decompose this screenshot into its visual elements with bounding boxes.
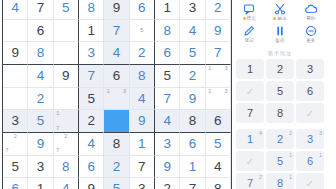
key-note-7[interactable]: 72 xyxy=(236,173,264,189)
tool-note-button[interactable]: 笔记 xyxy=(234,24,265,44)
cell-r2c6[interactable]: 5 xyxy=(130,20,155,43)
note-icon xyxy=(243,25,255,37)
key-7[interactable]: 7 xyxy=(236,103,264,123)
cell-r3c9[interactable]: 7 xyxy=(206,42,231,65)
cell-r6c5[interactable] xyxy=(104,110,129,133)
sudoku-app: 4758961326175849983426574976852132513479… xyxy=(0,0,336,189)
tool-pause-button[interactable]: 暂停 xyxy=(265,24,296,44)
pause-icon xyxy=(274,25,286,37)
cell-r4c4[interactable]: 7 xyxy=(79,65,104,88)
cell-r4c2[interactable]: 4 xyxy=(28,65,53,88)
cell-r7c9[interactable]: 5 xyxy=(206,133,231,156)
cell-r9c1[interactable]: 6 xyxy=(3,178,28,189)
key-completed-check[interactable]: ✓ xyxy=(296,173,324,189)
tool-help-button[interactable]: 帮助 xyxy=(295,2,326,22)
tool-label: 暂停 xyxy=(275,38,284,43)
cell-r8c8[interactable]: 1 xyxy=(180,156,205,179)
cell-r1c4[interactable]: 8 xyxy=(79,0,104,20)
cell-r4c5[interactable]: 6 xyxy=(104,65,129,88)
badge-dot xyxy=(273,17,276,20)
cell-r2c7[interactable]: 8 xyxy=(155,20,180,43)
cell-r3c3[interactable] xyxy=(54,42,79,65)
cell-r4c9[interactable]: 13 xyxy=(206,65,231,88)
remaining-count: 2 xyxy=(289,130,292,136)
cell-r9c6[interactable]: 3 xyxy=(130,178,155,189)
cell-r8c6[interactable]: 7 xyxy=(130,156,155,179)
remaining-count: 1 xyxy=(289,174,292,180)
solve-icon xyxy=(274,3,286,15)
pad-section-label: 新手玩法 xyxy=(234,50,326,56)
right-panel: 提示解法帮助笔记暂停更多 新手玩法 123✓5678✓ 142233✓51617… xyxy=(234,0,326,189)
tool-label: 解法 xyxy=(273,16,286,21)
cell-r9c9[interactable]: 8 xyxy=(206,178,231,189)
key-completed-check[interactable]: ✓ xyxy=(236,81,264,101)
pencil-notes: 13 xyxy=(206,88,230,110)
cell-r3c7[interactable]: 6 xyxy=(155,42,180,65)
cell-r1c8[interactable]: 3 xyxy=(180,0,205,20)
cell-r9c8[interactable]: 7 xyxy=(180,178,205,189)
cell-r8c9[interactable]: 4 xyxy=(206,156,231,179)
remaining-count: 2 xyxy=(259,174,262,180)
cell-r5c7[interactable]: 7 xyxy=(155,88,180,111)
tool-label: 更多 xyxy=(306,38,315,43)
cell-r3c8[interactable]: 5 xyxy=(180,42,205,65)
tool-solve-button[interactable]: 解法 xyxy=(265,2,296,22)
cell-r6c7[interactable]: 4 xyxy=(155,110,180,133)
cell-r9c5[interactable]: 5 xyxy=(104,178,129,189)
more-icon xyxy=(305,25,317,37)
tool-label: 笔记 xyxy=(245,38,254,43)
cell-r8c4[interactable]: 6 xyxy=(79,156,104,179)
cell-r2c1[interactable] xyxy=(3,20,28,43)
help-icon xyxy=(305,3,317,15)
cell-r7c5[interactable]: 8 xyxy=(104,133,129,156)
pencil-notes: 27 xyxy=(54,133,78,155)
cell-r8c1[interactable]: 5 xyxy=(3,156,28,179)
cell-r6c1[interactable]: 3 xyxy=(3,110,28,133)
cell-r7c4[interactable]: 4 xyxy=(79,133,104,156)
cell-r5c4[interactable]: 5 xyxy=(79,88,104,111)
cell-r2c4[interactable]: 1 xyxy=(79,20,104,43)
key-2[interactable]: 2 xyxy=(266,59,294,79)
key-note-5[interactable]: 51 xyxy=(266,151,294,171)
cell-r5c6[interactable]: 4 xyxy=(130,88,155,111)
badge-dot xyxy=(243,17,246,20)
tool-more-button[interactable]: 更多 xyxy=(295,24,326,44)
cell-r6c3[interactable]: 17 xyxy=(54,110,79,133)
cell-r4c3[interactable]: 9 xyxy=(54,65,79,88)
cell-r1c1[interactable]: 4 xyxy=(3,0,28,20)
cell-r2c3[interactable] xyxy=(54,20,79,43)
cell-r4c1[interactable] xyxy=(3,65,28,88)
cell-r5c3[interactable] xyxy=(54,88,79,111)
cell-r9c2[interactable]: 1 xyxy=(28,178,53,189)
key-completed-check[interactable]: ✓ xyxy=(236,151,264,171)
tool-label: 提示 xyxy=(243,16,256,21)
cell-r9c4[interactable]: 9 xyxy=(79,178,104,189)
cell-r7c7[interactable]: 3 xyxy=(155,133,180,156)
cell-r3c5[interactable]: 4 xyxy=(104,42,129,65)
cell-r9c3[interactable]: 4 xyxy=(54,178,79,189)
key-note-8[interactable]: 81 xyxy=(266,173,294,189)
remaining-count: 4 xyxy=(259,130,262,136)
cell-r9c7[interactable]: 2 xyxy=(155,178,180,189)
cell-r7c8[interactable]: 6 xyxy=(180,133,205,156)
pencil-notes: 13 xyxy=(206,65,230,87)
cell-r6c9[interactable]: 6 xyxy=(206,110,231,133)
toolbar: 提示解法帮助笔记暂停更多 xyxy=(234,2,326,44)
cell-r5c2[interactable]: 2 xyxy=(28,88,53,111)
cell-r8c2[interactable]: 3 xyxy=(28,156,53,179)
cell-r2c8[interactable]: 4 xyxy=(180,20,205,43)
cell-r3c6[interactable]: 2 xyxy=(130,42,155,65)
tool-hint-button[interactable]: 提示 xyxy=(234,2,265,22)
keypad-notes: 142233✓51617281✓ xyxy=(234,129,326,189)
key-6[interactable]: 6 xyxy=(296,81,324,101)
cell-r6c4[interactable]: 2 xyxy=(79,110,104,133)
cell-r6c2[interactable]: 5 xyxy=(28,110,53,133)
key-note-2[interactable]: 22 xyxy=(266,129,294,149)
key-note-3[interactable]: 33 xyxy=(296,129,324,149)
pencil-notes: 5 xyxy=(130,20,154,42)
cell-r3c2[interactable]: 8 xyxy=(28,42,53,65)
key-5[interactable]: 5 xyxy=(266,81,294,101)
cell-r1c9[interactable]: 2 xyxy=(206,0,231,20)
hint-icon xyxy=(243,3,255,15)
cell-r8c5[interactable]: 2 xyxy=(104,156,129,179)
remaining-count: 3 xyxy=(319,130,322,136)
cell-r1c2[interactable]: 7 xyxy=(28,0,53,20)
cell-r1c3[interactable]: 5 xyxy=(54,0,79,20)
cell-r2c9[interactable]: 9 xyxy=(206,20,231,43)
cell-r1c7[interactable]: 1 xyxy=(155,0,180,20)
cell-r5c5[interactable]: 13 xyxy=(104,88,129,111)
cell-r7c1[interactable]: 27 xyxy=(3,133,28,156)
sudoku-board: 4758961326175849983426574976852132513479… xyxy=(2,0,232,189)
cell-r7c6[interactable]: 1 xyxy=(130,133,155,156)
key-3[interactable]: 3 xyxy=(296,59,324,79)
cell-r3c1[interactable]: 9 xyxy=(3,42,28,65)
key-note-1[interactable]: 14 xyxy=(236,129,264,149)
cell-r2c2[interactable]: 6 xyxy=(28,20,53,43)
tool-label: 帮助 xyxy=(306,16,315,21)
cell-r4c6[interactable]: 8 xyxy=(130,65,155,88)
pencil-notes: 17 xyxy=(54,110,78,132)
keypad-fill: 123✓5678✓ xyxy=(234,59,326,123)
cell-r5c1[interactable] xyxy=(3,88,28,111)
cell-r7c2[interactable]: 9 xyxy=(28,133,53,156)
cell-r6c6[interactable]: 9 xyxy=(130,110,155,133)
key-completed-check[interactable]: ✓ xyxy=(296,103,324,123)
remaining-count: 1 xyxy=(289,152,292,158)
cell-r1c5[interactable]: 9 xyxy=(104,0,129,20)
key-note-6[interactable]: 61 xyxy=(296,151,324,171)
cell-r1c6[interactable]: 6 xyxy=(130,0,155,20)
pencil-notes: 27 xyxy=(3,133,27,155)
cell-r6c8[interactable]: 8 xyxy=(180,110,205,133)
cell-r4c7[interactable]: 5 xyxy=(155,65,180,88)
key-8[interactable]: 8 xyxy=(266,103,294,123)
cell-r2c5[interactable]: 7 xyxy=(104,20,129,43)
key-1[interactable]: 1 xyxy=(236,59,264,79)
cell-r7c3[interactable]: 27 xyxy=(54,133,79,156)
remaining-count: 1 xyxy=(319,152,322,158)
cell-r8c3[interactable]: 8 xyxy=(54,156,79,179)
cell-r3c4[interactable]: 3 xyxy=(79,42,104,65)
cell-r5c8[interactable]: 9 xyxy=(180,88,205,111)
cell-r8c7[interactable]: 9 xyxy=(155,156,180,179)
cell-r5c9[interactable]: 13 xyxy=(206,88,231,111)
cell-r4c8[interactable]: 2 xyxy=(180,65,205,88)
pencil-notes: 13 xyxy=(104,88,128,110)
